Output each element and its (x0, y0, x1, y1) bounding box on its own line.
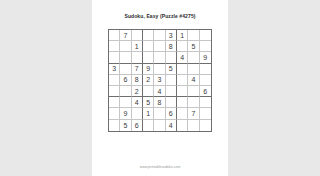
sudoku-cell-r6c1 (109, 86, 120, 97)
sudoku-cell-r1c5 (154, 30, 165, 41)
sudoku-cell-r2c9 (200, 41, 211, 52)
sudoku-cell-r5c7 (177, 75, 188, 86)
sudoku-cell-r5c6 (166, 75, 177, 86)
sudoku-cell-r7c8 (188, 97, 199, 108)
sudoku-cell-r8c4: 1 (143, 108, 154, 119)
sudoku-cell-r5c4: 2 (143, 75, 154, 86)
sudoku-cell-r1c3 (132, 30, 143, 41)
sudoku-cell-r4c8 (188, 64, 199, 75)
sudoku-cell-r1c4 (143, 30, 154, 41)
sudoku-cell-r1c9 (200, 30, 211, 41)
sudoku-cell-r9c7 (177, 120, 188, 131)
sudoku-cell-r7c2 (120, 97, 131, 108)
sudoku-cell-r6c2 (120, 86, 131, 97)
puzzle-title: Sudoku, Easy (Puzzle #4275) (92, 13, 228, 19)
sudoku-cell-r2c3: 1 (132, 41, 143, 52)
sudoku-cell-r9c1 (109, 120, 120, 131)
sudoku-cell-r9c4 (143, 120, 154, 131)
sudoku-cell-r1c2: 7 (120, 30, 131, 41)
sudoku-cell-r9c9 (200, 120, 211, 131)
sudoku-cell-r5c5: 3 (154, 75, 165, 86)
sudoku-cell-r3c7: 4 (177, 52, 188, 63)
sudoku-cell-r6c3: 2 (132, 86, 143, 97)
sudoku-cell-r5c2: 6 (120, 75, 131, 86)
sudoku-cell-r7c9 (200, 97, 211, 108)
sudoku-cell-r6c9: 6 (200, 86, 211, 97)
sudoku-sheet: Sudoku, Easy (Puzzle #4275) 731185493795… (92, 0, 228, 176)
sudoku-cell-r4c1: 3 (109, 64, 120, 75)
sudoku-cell-r5c8: 4 (188, 75, 199, 86)
sudoku-cell-r3c1 (109, 52, 120, 63)
sudoku-cell-r4c6: 5 (166, 64, 177, 75)
sudoku-cell-r5c3: 8 (132, 75, 143, 86)
sudoku-cell-r1c6: 3 (166, 30, 177, 41)
sudoku-cell-r2c7 (177, 41, 188, 52)
sudoku-cell-r4c2 (120, 64, 131, 75)
sudoku-cell-r7c4: 5 (143, 97, 154, 108)
sudoku-cell-r9c2: 5 (120, 120, 131, 131)
sudoku-cell-r6c8 (188, 86, 199, 97)
sudoku-cell-r3c6 (166, 52, 177, 63)
sudoku-cell-r3c5 (154, 52, 165, 63)
sudoku-cell-r2c2 (120, 41, 131, 52)
sudoku-board: 731185493795682342464589167564 (108, 29, 212, 132)
sudoku-cell-r7c3: 4 (132, 97, 143, 108)
sudoku-cell-r8c6: 6 (166, 108, 177, 119)
sudoku-cell-r8c9 (200, 108, 211, 119)
sudoku-cell-r3c2 (120, 52, 131, 63)
sudoku-cell-r9c3: 6 (132, 120, 143, 131)
sudoku-cell-r3c9: 9 (200, 52, 211, 63)
sudoku-cell-r6c4 (143, 86, 154, 97)
sudoku-cell-r4c5 (154, 64, 165, 75)
sudoku-cell-r6c6 (166, 86, 177, 97)
sudoku-cell-r1c7: 1 (177, 30, 188, 41)
sudoku-cell-r2c5 (154, 41, 165, 52)
sudoku-cell-r4c9 (200, 64, 211, 75)
sudoku-cell-r9c8 (188, 120, 199, 131)
sudoku-cell-r8c1 (109, 108, 120, 119)
sudoku-cell-r4c7 (177, 64, 188, 75)
sudoku-cell-r8c2: 9 (120, 108, 131, 119)
sudoku-cell-r4c4: 9 (143, 64, 154, 75)
sudoku-cell-r2c1 (109, 41, 120, 52)
sudoku-cell-r9c6: 4 (166, 120, 177, 131)
sudoku-cell-r3c8 (188, 52, 199, 63)
sudoku-cell-r9c5 (154, 120, 165, 131)
sudoku-cell-r8c5 (154, 108, 165, 119)
sudoku-cell-r6c5: 4 (154, 86, 165, 97)
sudoku-cell-r8c8: 7 (188, 108, 199, 119)
sudoku-cell-r4c3: 7 (132, 64, 143, 75)
sudoku-cell-r7c1 (109, 97, 120, 108)
sudoku-cell-r3c3 (132, 52, 143, 63)
sudoku-cell-r6c7 (177, 86, 188, 97)
sudoku-cell-r3c4 (143, 52, 154, 63)
sudoku-cell-r7c7 (177, 97, 188, 108)
sudoku-cell-r2c6: 8 (166, 41, 177, 52)
sudoku-cell-r8c3 (132, 108, 143, 119)
sudoku-cell-r7c5: 8 (154, 97, 165, 108)
sudoku-cell-r5c9 (200, 75, 211, 86)
footer-url: www.printablesudoku.com (92, 165, 228, 169)
sudoku-cell-r2c4 (143, 41, 154, 52)
sudoku-cell-r1c1 (109, 30, 120, 41)
sudoku-cell-r2c8: 5 (188, 41, 199, 52)
sudoku-cell-r8c7 (177, 108, 188, 119)
sudoku-cell-r5c1 (109, 75, 120, 86)
sudoku-cell-r7c6 (166, 97, 177, 108)
sudoku-cell-r1c8 (188, 30, 199, 41)
